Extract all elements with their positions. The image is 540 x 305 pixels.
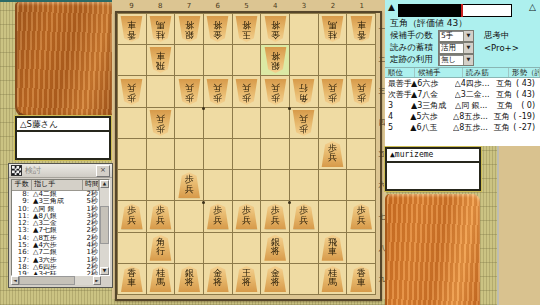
board-cell[interactable]: 香車 [118, 14, 147, 45]
shogi-piece: 歩兵 [321, 79, 344, 105]
piece-kanji: 馬 [328, 20, 337, 30]
kifu-move: ▲8八銀 [31, 213, 80, 220]
file-label: 5 [232, 1, 261, 11]
piece-kanji: 歩 [328, 92, 337, 102]
piece-kanji: 将 [213, 278, 222, 288]
shogi-piece: 香車 [350, 266, 373, 292]
file-label: 9 [117, 1, 146, 11]
piece-kanji: 兵 [328, 83, 337, 93]
piece-kanji: 兵 [271, 216, 280, 226]
piece-kanji: 車 [357, 278, 366, 288]
candidate-rank: 5 [385, 122, 410, 133]
kifu-column-header: 指し手 [32, 180, 83, 190]
piece-kanji: 銀 [271, 61, 280, 71]
desk-background [499, 146, 540, 305]
piece-kanji: 桂 [156, 30, 165, 40]
board-cell[interactable]: 銀将 [261, 45, 290, 76]
kifu-window-titlebar[interactable]: 検討 × [9, 164, 112, 178]
piece-kanji: 兵 [185, 83, 194, 93]
piece-kanji: 兵 [271, 83, 280, 93]
piece-kanji: 金 [271, 30, 280, 40]
shogi-piece: 銀将 [264, 47, 287, 73]
shogi-piece: 歩兵 [149, 203, 172, 229]
setting-status: <Pro+> [484, 43, 519, 53]
piece-kanji: 歩 [242, 92, 251, 102]
board-cell[interactable]: 飛車 [319, 233, 348, 264]
board-cell[interactable] [233, 45, 262, 76]
piece-kanji: 将 [271, 51, 280, 61]
kifu-move: ▲4六歩 [31, 242, 80, 249]
chevron-down-icon[interactable]: ▼ [463, 55, 473, 65]
candidate-row[interactable]: 4▲5六歩△8五歩...互角( -19) [385, 111, 540, 122]
scroll-right-icon[interactable]: ► [93, 276, 101, 285]
board-cell[interactable]: 金将 [261, 14, 290, 45]
dropdown-value: 無し [439, 55, 463, 65]
shogi-piece: 歩兵 [235, 79, 258, 105]
shogi-piece: 金将 [206, 16, 229, 42]
board-cell[interactable] [290, 233, 319, 264]
board-cell[interactable]: 歩兵 [261, 76, 290, 107]
sente-name-plate: ▲murizeme [385, 147, 481, 191]
board-cell[interactable] [147, 170, 176, 201]
board-cell[interactable] [290, 170, 319, 201]
candidate-rank: 4 [385, 111, 410, 122]
board-cell[interactable] [118, 45, 147, 76]
piece-kanji: 歩 [271, 92, 280, 102]
candidate-header: 形勢（評価値） [509, 68, 540, 77]
board-grid: 香車桂馬銀将金将玉将金将桂馬香車飛車銀将歩兵歩兵歩兵歩兵歩兵角行歩兵歩兵歩兵歩兵… [117, 13, 376, 295]
shogi-piece: 歩兵 [292, 203, 315, 229]
candidate-header: 順位 [385, 68, 415, 77]
sente-player-name: ▲murizeme [387, 149, 479, 163]
candidate-pv: △同 銀... [455, 100, 497, 111]
star-point [288, 201, 291, 204]
board-cell[interactable]: 歩兵 [233, 201, 262, 232]
board-cell[interactable] [233, 139, 262, 170]
shogi-piece: 歩兵 [120, 79, 143, 105]
board-cell[interactable] [319, 201, 348, 232]
candidate-table-header: 順位候補手読み筋形勢（評価値） [385, 67, 540, 78]
piece-kanji: 歩 [185, 92, 194, 102]
board-cell[interactable]: 香車 [118, 264, 147, 295]
piece-kanji: 将 [185, 20, 194, 30]
evaluation-bar [398, 4, 512, 17]
board-cell[interactable] [118, 170, 147, 201]
piece-kanji: 車 [156, 51, 165, 61]
piece-kanji: 兵 [357, 216, 366, 226]
board-cell[interactable]: 香車 [347, 14, 376, 45]
candidate-score: ( 43) [516, 89, 540, 100]
board-cell[interactable]: 銀将 [261, 233, 290, 264]
shogi-piece: 歩兵 [292, 110, 315, 136]
board-cell[interactable]: 歩兵 [175, 76, 204, 107]
shogi-piece: 歩兵 [206, 203, 229, 229]
board-cell[interactable] [204, 45, 233, 76]
board-cell[interactable]: 王将 [233, 264, 262, 295]
piece-kanji: 行 [156, 247, 165, 257]
piece-kanji: 将 [213, 20, 222, 30]
piece-kanji: 歩 [156, 123, 165, 133]
kifu-move-number: 19: [12, 271, 31, 275]
evaluation-text: 互角（評価値 43） [390, 17, 467, 30]
vertical-scroll-thumb[interactable] [100, 206, 109, 244]
candidate-pv: △3二金... [455, 89, 497, 100]
sente-piece-stand [385, 194, 480, 305]
gote-eval-mark: △ [529, 2, 536, 12]
dropdown-value: 活用 [439, 43, 463, 53]
scroll-down-icon[interactable]: ▼ [100, 267, 109, 275]
board-cell[interactable]: 角行 [290, 76, 319, 107]
board-cell[interactable]: 歩兵 [147, 201, 176, 232]
board-cell[interactable]: 歩兵 [347, 76, 376, 107]
dropdown[interactable]: 無し▼ [438, 54, 474, 66]
piece-kanji: 車 [127, 20, 136, 30]
file-label: 6 [203, 1, 232, 11]
sente-eval-mark: ▲ [388, 2, 395, 12]
dropdown[interactable]: 5手▼ [438, 30, 474, 42]
star-point [288, 107, 291, 110]
piece-kanji: 馬 [328, 278, 337, 288]
kifu-rows: 8:△4二銀2秒9:▲3三角成5秒10:△同 銀1秒11:▲8八銀3秒12:△3… [12, 191, 99, 275]
board-cell[interactable]: 歩兵 [147, 108, 176, 139]
board-cell[interactable]: 金将 [204, 264, 233, 295]
candidate-score: ( -19) [513, 111, 540, 122]
candidate-judgement: 互角 [494, 111, 513, 122]
kifu-row[interactable]: 19:▲3七桂2秒 [12, 271, 99, 275]
board-cell[interactable] [347, 45, 376, 76]
board-cell[interactable] [347, 108, 376, 139]
candidate-row[interactable]: 3▲3三角成△同 銀...互角( 0) [385, 100, 540, 111]
piece-kanji: 兵 [185, 185, 194, 195]
candidate-judgement: 互角 [496, 78, 516, 89]
board-cell[interactable]: 歩兵 [118, 201, 147, 232]
analysis-panel: ▲ △ 互角（評価値 43） 候補手の数5手▼思考中読みの蓄積活用▼<Pro+>… [385, 0, 540, 146]
candidate-rank: 次善手 [385, 89, 411, 100]
board-cell[interactable]: 歩兵 [290, 201, 319, 232]
star-point [202, 201, 205, 204]
piece-kanji: 兵 [156, 114, 165, 124]
file-label: 4 [261, 1, 290, 11]
shogi-piece: 銀将 [178, 266, 201, 292]
shogi-piece: 飛車 [149, 47, 172, 73]
candidate-row[interactable]: 5▲6八玉△8五歩...互角( -27) [385, 122, 540, 133]
kifu-move: △4二銀 [31, 191, 80, 198]
file-label: 1 [347, 1, 376, 11]
piece-kanji: 歩 [213, 92, 222, 102]
piece-kanji: 馬 [156, 20, 165, 30]
board-cell[interactable] [261, 139, 290, 170]
candidate-judgement: 互角 [494, 122, 513, 133]
chevron-down-icon[interactable]: ▼ [463, 31, 473, 41]
candidate-judgement: 互角 [497, 100, 517, 111]
kifu-window: 検討 × 手数指し手時間 8:△4二銀2秒9:▲3三角成5秒10:△同 銀1秒1… [8, 163, 113, 288]
piece-kanji: 銀 [185, 30, 194, 40]
piece-kanji: 兵 [357, 83, 366, 93]
piece-kanji: 将 [271, 278, 280, 288]
board-cell[interactable]: 角行 [147, 233, 176, 264]
piece-kanji: 香 [357, 30, 366, 40]
piece-kanji: 兵 [242, 83, 251, 93]
gote-player-name: △S藤さん [17, 118, 109, 132]
kifu-move: ▲7七銀 [31, 227, 80, 234]
piece-kanji: 将 [242, 278, 251, 288]
dropdown-value: 5手 [439, 31, 463, 41]
kifu-window-icon [11, 165, 22, 176]
board-cell[interactable] [175, 108, 204, 139]
piece-kanji: 兵 [299, 216, 308, 226]
gote-name-plate: △S藤さん [15, 116, 111, 160]
piece-kanji: 車 [127, 278, 136, 288]
board-cell[interactable] [175, 233, 204, 264]
piece-kanji: 車 [357, 20, 366, 30]
setting-row: 定跡の利用無し▼ [390, 54, 538, 66]
shogi-piece: 歩兵 [235, 203, 258, 229]
candidate-header: 候補手 [415, 68, 463, 77]
candidate-rank: 3 [385, 100, 411, 111]
shogi-piece: 角行 [292, 79, 315, 105]
shogi-board: 987654321 香車桂馬銀将金将玉将金将桂馬香車飛車銀将歩兵歩兵歩兵歩兵歩兵… [112, 0, 386, 299]
shogi-piece: 銀将 [178, 16, 201, 42]
board-cell[interactable]: 飛車 [147, 45, 176, 76]
piece-kanji: 兵 [127, 216, 136, 226]
kifu-column-header: 手数 [12, 180, 32, 190]
board-cell[interactable] [261, 170, 290, 201]
board-cell[interactable] [204, 108, 233, 139]
board-cell[interactable] [347, 233, 376, 264]
kifu-move: △8五歩 [31, 235, 80, 242]
app-root: △S藤さん 987654321 香車桂馬銀将金将玉将金将桂馬香車飛車銀将歩兵歩兵… [0, 0, 540, 305]
star-point [202, 107, 205, 110]
board-cell[interactable]: 桂馬 [319, 264, 348, 295]
board-cell[interactable] [233, 108, 262, 139]
shogi-piece: 歩兵 [206, 79, 229, 105]
setting-label: 定跡の利用 [390, 54, 438, 66]
kifu-move: △同 銀 [31, 206, 80, 213]
setting-label: 候補手の数 [390, 30, 438, 42]
board-cell[interactable] [175, 139, 204, 170]
board-cell[interactable]: 歩兵 [233, 76, 262, 107]
kifu-move: △6四歩 [31, 264, 80, 271]
board-cell[interactable] [147, 139, 176, 170]
piece-kanji: 兵 [213, 83, 222, 93]
setting-row: 候補手の数5手▼思考中 [390, 30, 538, 42]
kifu-move-list: 手数指し手時間 8:△4二銀2秒9:▲3三角成5秒10:△同 銀1秒11:▲8八… [11, 179, 110, 276]
shogi-piece: 歩兵 [350, 79, 373, 105]
shogi-piece: 金将 [264, 266, 287, 292]
shogi-piece: 歩兵 [264, 203, 287, 229]
engine-settings: 候補手の数5手▼思考中読みの蓄積活用▼<Pro+>定跡の利用無し▼ [390, 30, 538, 66]
candidate-score: ( 43) [516, 78, 540, 89]
candidate-score: ( 0) [517, 100, 540, 111]
piece-kanji: 歩 [357, 92, 366, 102]
shogi-piece: 歩兵 [178, 79, 201, 105]
shogi-piece: 歩兵 [321, 141, 344, 167]
board-cell[interactable] [204, 139, 233, 170]
kifu-move: ▲3七桂 [31, 271, 80, 275]
board-cell[interactable]: 歩兵 [290, 108, 319, 139]
board-cell[interactable]: 桂馬 [147, 264, 176, 295]
candidate-rank: 最善手 [385, 78, 411, 89]
board-cell[interactable]: 歩兵 [347, 201, 376, 232]
board-cell[interactable] [290, 14, 319, 45]
kifu-move: △3二金 [31, 220, 80, 227]
piece-kanji: 兵 [156, 216, 165, 226]
board-cell[interactable] [233, 170, 262, 201]
candidate-pv: △8五歩... [453, 111, 494, 122]
piece-kanji: 飛 [156, 61, 165, 71]
shogi-piece: 角行 [149, 235, 172, 261]
board-cell[interactable] [290, 45, 319, 76]
piece-kanji: 将 [271, 247, 280, 257]
board-cell[interactable]: 歩兵 [118, 76, 147, 107]
horizontal-scroll-thumb[interactable] [19, 276, 75, 285]
shogi-piece: 歩兵 [350, 203, 373, 229]
shogi-piece: 歩兵 [120, 203, 143, 229]
candidate-judgement: 互角 [496, 89, 516, 100]
kifu-move: ▲3六歩 [31, 257, 80, 264]
board-cell[interactable]: 歩兵 [319, 139, 348, 170]
piece-kanji: 将 [242, 20, 251, 30]
board-cell[interactable] [175, 201, 204, 232]
piece-kanji: 歩 [127, 92, 136, 102]
setting-label: 読みの蓄積 [390, 42, 438, 54]
piece-kanji: 将 [271, 20, 280, 30]
board-cell[interactable]: 歩兵 [204, 201, 233, 232]
kifu-window-title: 検討 [25, 165, 96, 176]
board-cell[interactable]: 玉将 [233, 14, 262, 45]
dropdown[interactable]: 活用▼ [438, 42, 474, 54]
shogi-piece: 香車 [120, 266, 143, 292]
board-cell[interactable] [319, 170, 348, 201]
candidate-row[interactable]: 最善手▲6六歩△4四歩...互角( 43) [385, 78, 540, 89]
file-label: 2 [318, 1, 347, 11]
file-label: 7 [175, 1, 204, 11]
setting-row: 読みの蓄積活用▼<Pro+> [390, 42, 538, 54]
board-cell[interactable]: 歩兵 [319, 76, 348, 107]
candidate-move: ▲6八玉 [410, 122, 453, 133]
board-cell[interactable] [347, 170, 376, 201]
board-cell[interactable] [118, 233, 147, 264]
piece-kanji: 歩 [299, 123, 308, 133]
board-cell[interactable]: 桂馬 [147, 14, 176, 45]
shogi-piece: 歩兵 [149, 110, 172, 136]
piece-kanji: 香 [127, 30, 136, 40]
setting-status: 思考中 [484, 30, 510, 42]
board-cell[interactable]: 歩兵 [204, 76, 233, 107]
shogi-piece: 金将 [206, 266, 229, 292]
board-cell[interactable]: 金将 [204, 14, 233, 45]
piece-kanji: 兵 [328, 153, 337, 163]
file-labels: 987654321 [117, 1, 376, 11]
scroll-up-icon[interactable]: ▲ [100, 180, 109, 188]
shogi-piece: 香車 [120, 16, 143, 42]
shogi-piece: 歩兵 [264, 79, 287, 105]
close-icon[interactable]: × [96, 165, 110, 177]
board-cell[interactable] [118, 139, 147, 170]
candidate-pv: △4四歩... [455, 78, 497, 89]
board-frame: 香車桂馬銀将金将玉将金将桂馬香車飛車銀将歩兵歩兵歩兵歩兵歩兵角行歩兵歩兵歩兵歩兵… [115, 11, 382, 301]
candidate-header: 読み筋 [463, 68, 509, 77]
board-cell[interactable]: 金将 [261, 264, 290, 295]
piece-kanji: 兵 [213, 216, 222, 226]
board-cell[interactable]: 香車 [347, 264, 376, 295]
board-cell[interactable] [347, 139, 376, 170]
board-cell[interactable]: 歩兵 [261, 201, 290, 232]
board-cell[interactable] [290, 264, 319, 295]
shogi-piece: 桂馬 [149, 266, 172, 292]
piece-kanji: 将 [185, 278, 194, 288]
shogi-piece: 銀将 [264, 235, 287, 261]
board-cell[interactable] [233, 233, 262, 264]
board-cell[interactable]: 銀将 [175, 14, 204, 45]
piece-kanji: 行 [299, 83, 308, 93]
piece-kanji: 桂 [328, 30, 337, 40]
kifu-move: ▲3三角成 [31, 198, 80, 205]
candidate-table: 最善手▲6六歩△4四歩...互角( 43)次善手▲7八金△3二金...互角( 4… [385, 78, 540, 146]
board-cell[interactable] [319, 45, 348, 76]
piece-kanji: 角 [299, 92, 308, 102]
shogi-piece: 桂馬 [321, 266, 344, 292]
piece-kanji: 玉 [242, 30, 251, 40]
shogi-piece: 歩兵 [178, 172, 201, 198]
candidate-row[interactable]: 次善手▲7八金△3二金...互角( 43) [385, 89, 540, 100]
kifu-move: △7二銀 [31, 249, 80, 256]
shogi-piece: 飛車 [321, 235, 344, 261]
board-cell[interactable]: 歩兵 [175, 170, 204, 201]
piece-kanji: 馬 [156, 278, 165, 288]
piece-kanji: 兵 [127, 83, 136, 93]
board-cell[interactable] [118, 108, 147, 139]
candidate-move: ▲7八金 [411, 89, 455, 100]
board-cell[interactable] [175, 45, 204, 76]
evaluation-bar-fill [399, 5, 462, 16]
shogi-piece: 王将 [235, 266, 258, 292]
candidate-move: ▲6六歩 [411, 78, 455, 89]
candidate-score: ( -27) [513, 122, 540, 133]
kifu-vertical-scrollbar[interactable]: ▲ ▼ [99, 180, 109, 275]
kifu-time: 2秒 [80, 271, 99, 275]
shogi-piece: 桂馬 [149, 16, 172, 42]
file-label: 3 [290, 1, 319, 11]
scroll-left-icon[interactable]: ◄ [11, 276, 19, 285]
board-cell[interactable] [204, 233, 233, 264]
candidate-pv: △8五歩... [453, 122, 494, 133]
board-cell[interactable] [147, 76, 176, 107]
candidate-move: ▲3三角成 [411, 100, 455, 111]
piece-kanji: 車 [328, 247, 337, 257]
board-cell[interactable]: 桂馬 [319, 14, 348, 45]
board-cell[interactable] [204, 170, 233, 201]
board-cell[interactable] [261, 108, 290, 139]
file-label: 8 [146, 1, 175, 11]
piece-kanji: 兵 [242, 216, 251, 226]
piece-kanji: 金 [213, 30, 222, 40]
candidate-move: ▲5六歩 [410, 111, 453, 122]
board-cell[interactable] [290, 139, 319, 170]
gote-piece-stand [15, 2, 112, 118]
kifu-horizontal-scrollbar[interactable]: ◄ ► [11, 276, 101, 285]
shogi-piece: 桂馬 [321, 16, 344, 42]
chevron-down-icon[interactable]: ▼ [463, 43, 473, 53]
shogi-piece: 香車 [350, 16, 373, 42]
piece-kanji: 兵 [299, 114, 308, 124]
shogi-piece: 金将 [264, 16, 287, 42]
board-cell[interactable]: 銀将 [175, 264, 204, 295]
kifu-column-header: 時間 [83, 180, 99, 190]
shogi-piece: 玉将 [235, 16, 258, 42]
board-cell[interactable] [319, 108, 348, 139]
evaluation-bar-marker [461, 4, 463, 17]
